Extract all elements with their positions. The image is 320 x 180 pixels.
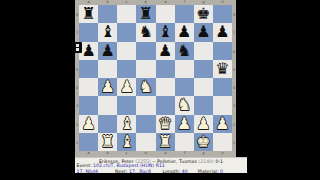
square-d5[interactable] <box>136 60 155 78</box>
black-rook-piece: ♜ <box>81 6 95 22</box>
coord-label: 2 <box>233 118 235 129</box>
coord-label: 2 <box>76 118 78 129</box>
square-d4[interactable]: ♞ <box>136 78 155 96</box>
black-pawn-piece: ♟ <box>101 43 115 59</box>
square-b6[interactable]: ♟ <box>98 42 117 60</box>
coord-label: b <box>102 151 113 154</box>
coord-label: h <box>217 151 228 154</box>
white-pawn-piece: ♟ <box>101 79 115 95</box>
square-f6[interactable]: ♞ <box>175 42 194 60</box>
square-c2[interactable]: ♝ <box>117 115 136 133</box>
square-h1[interactable] <box>213 133 232 151</box>
square-a4[interactable] <box>79 78 98 96</box>
coord-label: g <box>198 151 209 154</box>
black-pawn-piece: ♟ <box>177 24 191 40</box>
square-b8[interactable] <box>98 5 117 23</box>
coord-label: 4 <box>76 82 78 93</box>
square-e8[interactable] <box>156 5 175 23</box>
square-f2[interactable]: ♟ <box>175 115 194 133</box>
square-b4[interactable]: ♟ <box>98 78 117 96</box>
square-e5[interactable] <box>156 60 175 78</box>
black-bishop-piece: ♝ <box>158 24 172 40</box>
coord-label: h <box>217 0 228 3</box>
square-d3[interactable] <box>136 96 155 114</box>
square-g2[interactable]: ♟ <box>194 115 213 133</box>
game-info-panel: Eriksson, Peter (2255) -- Pelletier, Tuo… <box>75 157 247 173</box>
square-f5[interactable] <box>175 60 194 78</box>
coord-label: a <box>83 151 94 154</box>
square-g4[interactable] <box>194 78 213 96</box>
white-queen-piece: ♛ <box>158 116 172 132</box>
square-e2[interactable]: ♛ <box>156 115 175 133</box>
coord-label: b <box>102 0 113 3</box>
square-a5[interactable] <box>79 60 98 78</box>
coord-label: e <box>160 0 171 3</box>
white-rook-piece: ♜ <box>158 134 172 150</box>
square-b2[interactable] <box>98 115 117 133</box>
black-player-elo: (2140) <box>198 158 214 163</box>
white-bishop-piece: ♝ <box>120 134 134 150</box>
square-h4[interactable] <box>213 78 232 96</box>
square-e7[interactable]: ♝ <box>156 23 175 41</box>
square-h5[interactable]: ♛ <box>213 60 232 78</box>
timeline-marker-icon <box>74 42 82 53</box>
square-g1[interactable]: ♚ <box>194 133 213 151</box>
square-a2[interactable]: ♟ <box>79 115 98 133</box>
coord-label: 1 <box>76 137 78 148</box>
square-d7[interactable]: ♞ <box>136 23 155 41</box>
coord-label: f <box>179 151 190 154</box>
square-d2[interactable] <box>136 115 155 133</box>
square-a8[interactable]: ♜ <box>79 5 98 23</box>
square-g8[interactable]: ♚ <box>194 5 213 23</box>
black-pawn-piece: ♟ <box>158 43 172 59</box>
chess-board: ♜♜♚♝♞♝♟♟♟♟♟♟♞♛♟♟♞♞♟♝♛♟♟♟♜♝♜♚ <box>79 5 232 151</box>
coord-label: 5 <box>233 64 235 75</box>
white-knight-piece: ♞ <box>177 97 191 113</box>
coord-label: c <box>121 151 132 154</box>
black-pawn-piece: ♟ <box>196 24 210 40</box>
coord-label: 4 <box>233 82 235 93</box>
square-e3[interactable] <box>156 96 175 114</box>
board-frame: abcdefgh abcdefgh 87654321 87654321 ♜♜♚♝… <box>75 0 236 157</box>
black-rook-piece: ♜ <box>139 6 153 22</box>
video-frame: abcdefgh abcdefgh 87654321 87654321 ♜♜♚♝… <box>0 0 320 180</box>
black-pawn-piece: ♟ <box>81 43 95 59</box>
square-h6[interactable] <box>213 42 232 60</box>
white-pawn-piece: ♟ <box>120 79 134 95</box>
white-pawn-piece: ♟ <box>215 116 229 132</box>
letterbox-bottom <box>75 173 247 180</box>
coord-label: 8 <box>233 9 235 20</box>
white-king-piece: ♚ <box>196 134 210 150</box>
white-knight-piece: ♞ <box>139 79 153 95</box>
game-result: 0-1 <box>215 158 223 163</box>
black-king-piece: ♚ <box>196 6 210 22</box>
white-pawn-piece: ♟ <box>81 116 95 132</box>
square-e6[interactable]: ♟ <box>156 42 175 60</box>
black-pawn-piece: ♟ <box>215 24 229 40</box>
coord-label: 6 <box>233 45 235 56</box>
coord-label: 8 <box>76 9 78 20</box>
letterbox-right <box>247 0 320 180</box>
letterbox-left <box>0 0 75 180</box>
square-c1[interactable]: ♝ <box>117 133 136 151</box>
square-a3[interactable] <box>79 96 98 114</box>
coord-label: d <box>140 151 151 154</box>
black-knight-piece: ♞ <box>177 43 191 59</box>
square-g7[interactable]: ♟ <box>194 23 213 41</box>
square-h8[interactable] <box>213 5 232 23</box>
square-c3[interactable] <box>117 96 136 114</box>
coord-label: a <box>83 0 94 3</box>
white-pawn-piece: ♟ <box>177 116 191 132</box>
coord-label: 7 <box>76 27 78 38</box>
square-c8[interactable] <box>117 5 136 23</box>
square-h2[interactable]: ♟ <box>213 115 232 133</box>
square-f4[interactable] <box>175 78 194 96</box>
square-a7[interactable] <box>79 23 98 41</box>
square-b3[interactable] <box>98 96 117 114</box>
coord-label: 7 <box>233 27 235 38</box>
square-d8[interactable]: ♜ <box>136 5 155 23</box>
square-e1[interactable]: ♜ <box>156 133 175 151</box>
coord-label: d <box>140 0 151 3</box>
square-g6[interactable] <box>194 42 213 60</box>
square-d1[interactable] <box>136 133 155 151</box>
square-h3[interactable] <box>213 96 232 114</box>
square-f8[interactable] <box>175 5 194 23</box>
coord-label: g <box>198 0 209 3</box>
rank-labels-right: 87654321 <box>232 5 236 151</box>
square-c4[interactable]: ♟ <box>117 78 136 96</box>
square-f7[interactable]: ♟ <box>175 23 194 41</box>
square-e4[interactable] <box>156 78 175 96</box>
square-h7[interactable]: ♟ <box>213 23 232 41</box>
square-a1[interactable] <box>79 133 98 151</box>
coord-label: e <box>160 151 171 154</box>
square-d6[interactable] <box>136 42 155 60</box>
square-f1[interactable] <box>175 133 194 151</box>
coord-label: 3 <box>233 100 235 111</box>
white-bishop-piece: ♝ <box>120 116 134 132</box>
square-b5[interactable] <box>98 60 117 78</box>
square-c6[interactable] <box>117 42 136 60</box>
square-c5[interactable] <box>117 60 136 78</box>
white-pawn-piece: ♟ <box>196 116 210 132</box>
black-knight-piece: ♞ <box>139 24 153 40</box>
coord-label: f <box>179 0 190 3</box>
square-g5[interactable] <box>194 60 213 78</box>
coord-label: c <box>121 0 132 3</box>
coord-label: 5 <box>76 64 78 75</box>
white-rook-piece: ♜ <box>101 134 115 150</box>
black-bishop-piece: ♝ <box>101 24 115 40</box>
square-b1[interactable]: ♜ <box>98 133 117 151</box>
square-c7[interactable] <box>117 23 136 41</box>
black-queen-piece: ♛ <box>215 61 229 77</box>
coord-label: 1 <box>233 137 235 148</box>
square-g3[interactable] <box>194 96 213 114</box>
square-b7[interactable]: ♝ <box>98 23 117 41</box>
coord-label: 3 <box>76 100 78 111</box>
square-f3[interactable]: ♞ <box>175 96 194 114</box>
